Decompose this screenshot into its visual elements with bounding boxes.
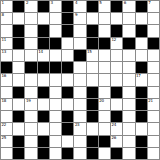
black-cell <box>99 136 110 147</box>
white-cell[interactable] <box>50 25 61 36</box>
white-cell[interactable] <box>87 74 98 85</box>
black-cell <box>136 148 147 159</box>
white-cell[interactable] <box>50 74 61 85</box>
black-cell <box>148 38 159 49</box>
white-cell[interactable] <box>123 74 134 85</box>
white-cell[interactable]: 6 <box>123 1 134 12</box>
white-cell[interactable]: 5 <box>99 1 110 12</box>
white-cell[interactable] <box>74 148 85 159</box>
black-cell <box>13 87 24 98</box>
white-cell[interactable] <box>123 111 134 122</box>
white-cell[interactable] <box>50 99 61 110</box>
black-cell <box>38 87 49 98</box>
white-cell[interactable] <box>87 13 98 24</box>
black-cell <box>1 62 12 73</box>
white-cell[interactable] <box>74 62 85 73</box>
white-cell[interactable] <box>148 74 159 85</box>
white-cell[interactable] <box>99 87 110 98</box>
black-cell <box>87 38 98 49</box>
white-cell[interactable] <box>136 123 147 134</box>
white-cell[interactable] <box>99 62 110 73</box>
black-cell <box>50 62 61 73</box>
black-cell <box>13 1 24 12</box>
clue-number: 18 <box>2 99 7 103</box>
white-cell[interactable] <box>38 123 49 134</box>
clue-number: 25 <box>2 136 7 140</box>
white-cell[interactable] <box>99 13 110 24</box>
white-cell[interactable] <box>25 13 36 24</box>
black-cell <box>87 87 98 98</box>
clue-number: 12 <box>112 38 117 42</box>
clue-number: 14 <box>38 50 43 54</box>
white-cell[interactable] <box>25 123 36 134</box>
black-cell <box>136 87 147 98</box>
white-cell[interactable] <box>1 148 12 159</box>
white-cell[interactable] <box>99 50 110 61</box>
white-cell[interactable] <box>13 62 24 73</box>
black-cell <box>136 62 147 73</box>
clue-number: 20 <box>99 99 104 103</box>
white-cell[interactable] <box>148 50 159 61</box>
black-cell <box>136 136 147 147</box>
white-cell[interactable] <box>148 13 159 24</box>
black-cell <box>62 87 73 98</box>
white-cell[interactable] <box>13 99 24 110</box>
clue-number: 23 <box>75 123 80 127</box>
white-cell[interactable] <box>111 99 122 110</box>
black-cell <box>111 111 122 122</box>
white-cell[interactable]: 17 <box>136 74 147 85</box>
white-cell[interactable] <box>99 148 110 159</box>
black-cell <box>136 99 147 110</box>
black-cell <box>25 62 36 73</box>
white-cell[interactable]: 2 <box>25 1 36 12</box>
white-cell[interactable] <box>148 148 159 159</box>
white-cell[interactable] <box>74 87 85 98</box>
white-cell[interactable]: 4 <box>74 1 85 12</box>
white-cell[interactable]: 8 <box>1 13 12 24</box>
black-cell <box>13 136 24 147</box>
white-cell[interactable] <box>111 13 122 24</box>
crossword-grid: 1234567891112131415161718192021222324252… <box>0 0 160 160</box>
white-cell[interactable]: 3 <box>50 1 61 12</box>
white-cell[interactable] <box>99 111 110 122</box>
black-cell <box>38 148 49 159</box>
white-cell[interactable] <box>50 87 61 98</box>
white-cell[interactable] <box>74 74 85 85</box>
white-cell[interactable]: 25 <box>1 136 12 147</box>
white-cell[interactable] <box>148 62 159 73</box>
black-cell <box>136 111 147 122</box>
black-cell <box>13 38 24 49</box>
white-cell[interactable] <box>1 25 12 36</box>
clue-number: 7 <box>148 1 150 5</box>
white-cell[interactable] <box>87 123 98 134</box>
white-cell[interactable] <box>148 111 159 122</box>
white-cell[interactable] <box>50 50 61 61</box>
white-cell[interactable] <box>123 87 134 98</box>
white-cell[interactable] <box>1 111 12 122</box>
clue-number: 17 <box>136 74 141 78</box>
black-cell <box>13 25 24 36</box>
white-cell[interactable] <box>50 136 61 147</box>
white-cell[interactable] <box>62 38 73 49</box>
white-cell[interactable] <box>13 50 24 61</box>
clue-number: 3 <box>50 1 52 5</box>
black-cell <box>62 13 73 24</box>
clue-number: 26 <box>112 136 117 140</box>
black-cell <box>62 25 73 36</box>
white-cell[interactable]: 18 <box>1 99 12 110</box>
white-cell[interactable] <box>136 13 147 24</box>
white-cell[interactable] <box>123 136 134 147</box>
white-cell[interactable] <box>25 111 36 122</box>
white-cell[interactable] <box>148 87 159 98</box>
white-cell[interactable] <box>25 25 36 36</box>
black-cell <box>111 25 122 36</box>
white-cell[interactable] <box>74 99 85 110</box>
white-cell[interactable] <box>123 123 134 134</box>
black-cell <box>38 136 49 147</box>
clue-number: 1 <box>2 1 4 5</box>
white-cell[interactable] <box>13 74 24 85</box>
white-cell[interactable]: 19 <box>25 99 36 110</box>
white-cell[interactable]: 16 <box>1 74 12 85</box>
white-cell[interactable] <box>99 123 110 134</box>
white-cell[interactable] <box>62 99 73 110</box>
page: 1234567891112131415161718192021222324252… <box>0 0 160 160</box>
white-cell[interactable]: 15 <box>87 50 98 61</box>
white-cell[interactable]: 23 <box>74 123 85 134</box>
black-cell <box>123 38 134 49</box>
white-cell[interactable] <box>123 13 134 24</box>
white-cell[interactable] <box>148 123 159 134</box>
white-cell[interactable] <box>25 74 36 85</box>
clue-number: 22 <box>2 123 7 127</box>
black-cell <box>38 25 49 36</box>
white-cell[interactable]: 14 <box>38 50 49 61</box>
white-cell[interactable]: 21 <box>148 99 159 110</box>
clue-number: 11 <box>2 38 7 42</box>
white-cell[interactable] <box>25 38 36 49</box>
white-cell[interactable]: 1 <box>1 1 12 12</box>
white-cell[interactable] <box>38 74 49 85</box>
white-cell[interactable] <box>50 111 61 122</box>
black-cell <box>62 62 73 73</box>
white-cell[interactable] <box>74 25 85 36</box>
white-cell[interactable]: 11 <box>1 38 12 49</box>
black-cell <box>87 148 98 159</box>
white-cell[interactable] <box>50 123 61 134</box>
white-cell[interactable] <box>25 148 36 159</box>
black-cell <box>111 87 122 98</box>
white-cell[interactable] <box>123 25 134 36</box>
white-cell[interactable]: 13 <box>1 50 12 61</box>
white-cell[interactable] <box>99 25 110 36</box>
white-cell[interactable] <box>111 74 122 85</box>
white-cell[interactable] <box>62 50 73 61</box>
white-cell[interactable] <box>1 87 12 98</box>
black-cell <box>87 25 98 36</box>
black-cell <box>87 99 98 110</box>
black-cell <box>87 111 98 122</box>
white-cell[interactable] <box>74 136 85 147</box>
clue-number: 21 <box>148 99 153 103</box>
clue-number: 8 <box>2 13 4 17</box>
white-cell[interactable] <box>25 87 36 98</box>
clue-number: 15 <box>87 50 92 54</box>
white-cell[interactable] <box>50 13 61 24</box>
white-cell[interactable] <box>123 62 134 73</box>
clue-number: 16 <box>2 74 7 78</box>
white-cell[interactable] <box>13 123 24 134</box>
black-cell <box>111 148 122 159</box>
black-cell <box>87 1 98 12</box>
black-cell <box>99 38 110 49</box>
clue-number: 19 <box>26 99 31 103</box>
clue-number: 4 <box>75 1 77 5</box>
clue-number: 24 <box>112 123 117 127</box>
white-cell[interactable] <box>136 38 147 49</box>
white-cell[interactable] <box>62 74 73 85</box>
black-cell <box>38 1 49 12</box>
black-cell <box>62 1 73 12</box>
clue-number: 5 <box>99 1 101 5</box>
white-cell[interactable] <box>74 38 85 49</box>
clue-number: 2 <box>26 1 28 5</box>
white-cell[interactable] <box>148 136 159 147</box>
white-cell[interactable] <box>123 99 134 110</box>
black-cell <box>62 111 73 122</box>
clue-number: 6 <box>124 1 126 5</box>
white-cell[interactable] <box>123 50 134 61</box>
white-cell[interactable]: 7 <box>148 1 159 12</box>
white-cell[interactable] <box>111 50 122 61</box>
white-cell[interactable] <box>38 99 49 110</box>
white-cell[interactable] <box>87 62 98 73</box>
black-cell <box>111 1 122 12</box>
black-cell <box>62 123 73 134</box>
white-cell[interactable]: 26 <box>111 136 122 147</box>
white-cell[interactable] <box>111 62 122 73</box>
black-cell <box>87 136 98 147</box>
white-cell[interactable] <box>99 74 110 85</box>
black-cell <box>136 25 147 36</box>
black-cell <box>38 111 49 122</box>
white-cell[interactable]: 12 <box>111 38 122 49</box>
white-cell[interactable] <box>25 50 36 61</box>
white-cell[interactable] <box>50 148 61 159</box>
black-cell <box>38 62 49 73</box>
clue-number: 13 <box>2 50 7 54</box>
white-cell[interactable]: 20 <box>99 99 110 110</box>
white-cell[interactable] <box>25 136 36 147</box>
white-cell[interactable]: 22 <box>1 123 12 134</box>
white-cell[interactable] <box>123 148 134 159</box>
clue-number: 9 <box>75 13 77 17</box>
black-cell <box>13 111 24 122</box>
white-cell[interactable] <box>136 50 147 61</box>
white-cell[interactable]: 9 <box>74 13 85 24</box>
white-cell[interactable] <box>13 13 24 24</box>
black-cell <box>62 148 73 159</box>
black-cell <box>74 50 85 61</box>
black-cell <box>13 148 24 159</box>
white-cell[interactable] <box>74 111 85 122</box>
white-cell[interactable]: 24 <box>111 123 122 134</box>
black-cell <box>50 38 61 49</box>
white-cell[interactable] <box>38 13 49 24</box>
white-cell[interactable] <box>148 25 159 36</box>
white-cell[interactable] <box>62 136 73 147</box>
black-cell <box>38 38 49 49</box>
black-cell <box>136 1 147 12</box>
